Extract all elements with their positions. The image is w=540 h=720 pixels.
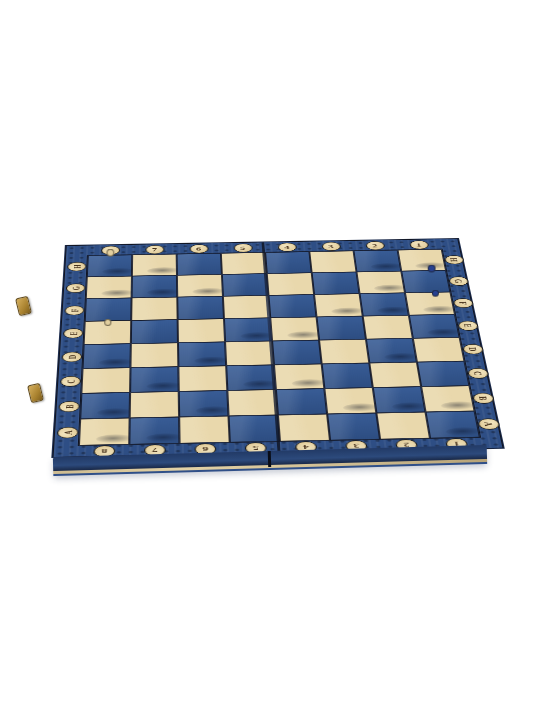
square-c3[interactable]	[322, 363, 373, 389]
square-g3[interactable]	[312, 272, 360, 295]
square-a7[interactable]: ♟	[129, 417, 179, 444]
square-g2[interactable]: ♟	[356, 271, 404, 294]
square-d2[interactable]: ♟	[366, 338, 417, 363]
square-h6[interactable]	[177, 253, 222, 275]
square-h1[interactable]: ♜	[398, 249, 446, 271]
board-grid: ♜♟♟♜♚♟♟♟♞♟♚♟♟♛♛♟♟♝♟♝♞♟♟♟♞♜♟♜	[78, 249, 481, 446]
piece-shadow	[241, 332, 277, 340]
square-c4[interactable]: ♝	[274, 364, 324, 390]
square-d6[interactable]: ♟	[178, 342, 226, 367]
square-b4[interactable]	[276, 389, 327, 415]
square-a4[interactable]	[278, 414, 330, 441]
piece-shadow	[445, 427, 484, 436]
piece-shadow	[427, 328, 463, 336]
square-d4[interactable]	[272, 340, 322, 365]
square-g1[interactable]	[401, 270, 450, 293]
square-a3[interactable]	[327, 413, 380, 440]
royal-crown-accent	[427, 265, 435, 273]
piece-shadow	[146, 433, 183, 442]
square-b8[interactable]: ♞	[80, 392, 130, 419]
square-h3[interactable]	[309, 251, 356, 273]
square-h5[interactable]	[221, 252, 267, 274]
square-g8[interactable]: ♚	[86, 276, 132, 299]
piece-shadow	[440, 401, 478, 410]
square-g5[interactable]	[222, 274, 269, 297]
square-c1[interactable]	[417, 361, 470, 386]
square-e2[interactable]	[363, 315, 413, 339]
square-a6[interactable]	[179, 416, 230, 443]
square-f5[interactable]	[223, 295, 270, 318]
square-g6[interactable]: ♟	[177, 274, 223, 297]
square-h7[interactable]: ♟	[132, 254, 177, 276]
square-f6[interactable]	[177, 296, 224, 319]
royal-crown-accent	[104, 319, 111, 326]
piece-shadow	[147, 382, 183, 391]
square-h4[interactable]	[265, 252, 312, 274]
square-e1[interactable]: ♛	[409, 314, 460, 338]
square-b1[interactable]: ♞	[421, 386, 474, 412]
chess-board-wrap: ♜♟♟♜♚♟♟♟♞♟♚♟♟♛♛♟♟♝♟♝♞♟♟♟♞♜♟♜ 88HH77GG66F…	[60, 130, 480, 550]
square-c8[interactable]	[81, 368, 130, 394]
piece-shadow	[99, 358, 135, 367]
file-label-right-H: H	[444, 255, 465, 264]
royal-crown-accent	[106, 249, 114, 257]
square-g7[interactable]: ♟	[132, 275, 178, 298]
square-b2[interactable]: ♟	[373, 387, 426, 413]
square-c5[interactable]: ♟	[226, 365, 276, 391]
square-a2[interactable]	[376, 412, 430, 439]
square-d3[interactable]	[319, 339, 369, 364]
piece-shadow	[97, 408, 134, 417]
square-g4[interactable]	[267, 273, 314, 296]
square-b6[interactable]: ♟	[179, 390, 229, 416]
square-d1[interactable]	[413, 337, 465, 362]
square-d8[interactable]: ♛	[83, 344, 131, 369]
square-f1[interactable]: ♚	[405, 292, 455, 315]
square-e7[interactable]	[131, 320, 178, 344]
square-b7[interactable]	[130, 391, 179, 418]
square-e4[interactable]: ♟	[270, 317, 319, 341]
square-a5[interactable]	[229, 415, 280, 442]
piece-shadow	[196, 406, 233, 415]
square-e5[interactable]: ♟	[224, 318, 272, 342]
fold-notch	[268, 451, 271, 467]
royal-crown-accent	[432, 290, 439, 297]
square-b3[interactable]: ♟	[324, 388, 376, 414]
photo-canvas: ♜♟♟♜♚♟♟♟♞♟♚♟♟♛♛♟♟♝♟♝♞♟♟♟♞♜♟♜ 88HH77GG66F…	[0, 0, 540, 720]
square-d5[interactable]	[225, 341, 274, 366]
piece-shadow	[423, 305, 459, 313]
square-e6[interactable]	[178, 319, 225, 343]
brass-clasp-icon	[15, 296, 32, 317]
piece-shadow	[96, 434, 134, 443]
square-a1[interactable]: ♜	[426, 411, 480, 438]
chess-board: ♜♟♟♜♚♟♟♟♞♟♚♟♟♛♛♟♟♝♟♝♞♟♟♟♞♜♟♜ 88HH77GG66F…	[52, 238, 503, 457]
square-h8[interactable]: ♜	[87, 255, 132, 277]
brass-clasp-icon	[27, 383, 44, 404]
square-b5[interactable]	[227, 390, 278, 416]
square-d7[interactable]	[130, 343, 178, 368]
square-a8[interactable]: ♜	[79, 418, 130, 445]
square-h2[interactable]: ♟	[354, 250, 402, 272]
square-f4[interactable]	[269, 295, 317, 318]
